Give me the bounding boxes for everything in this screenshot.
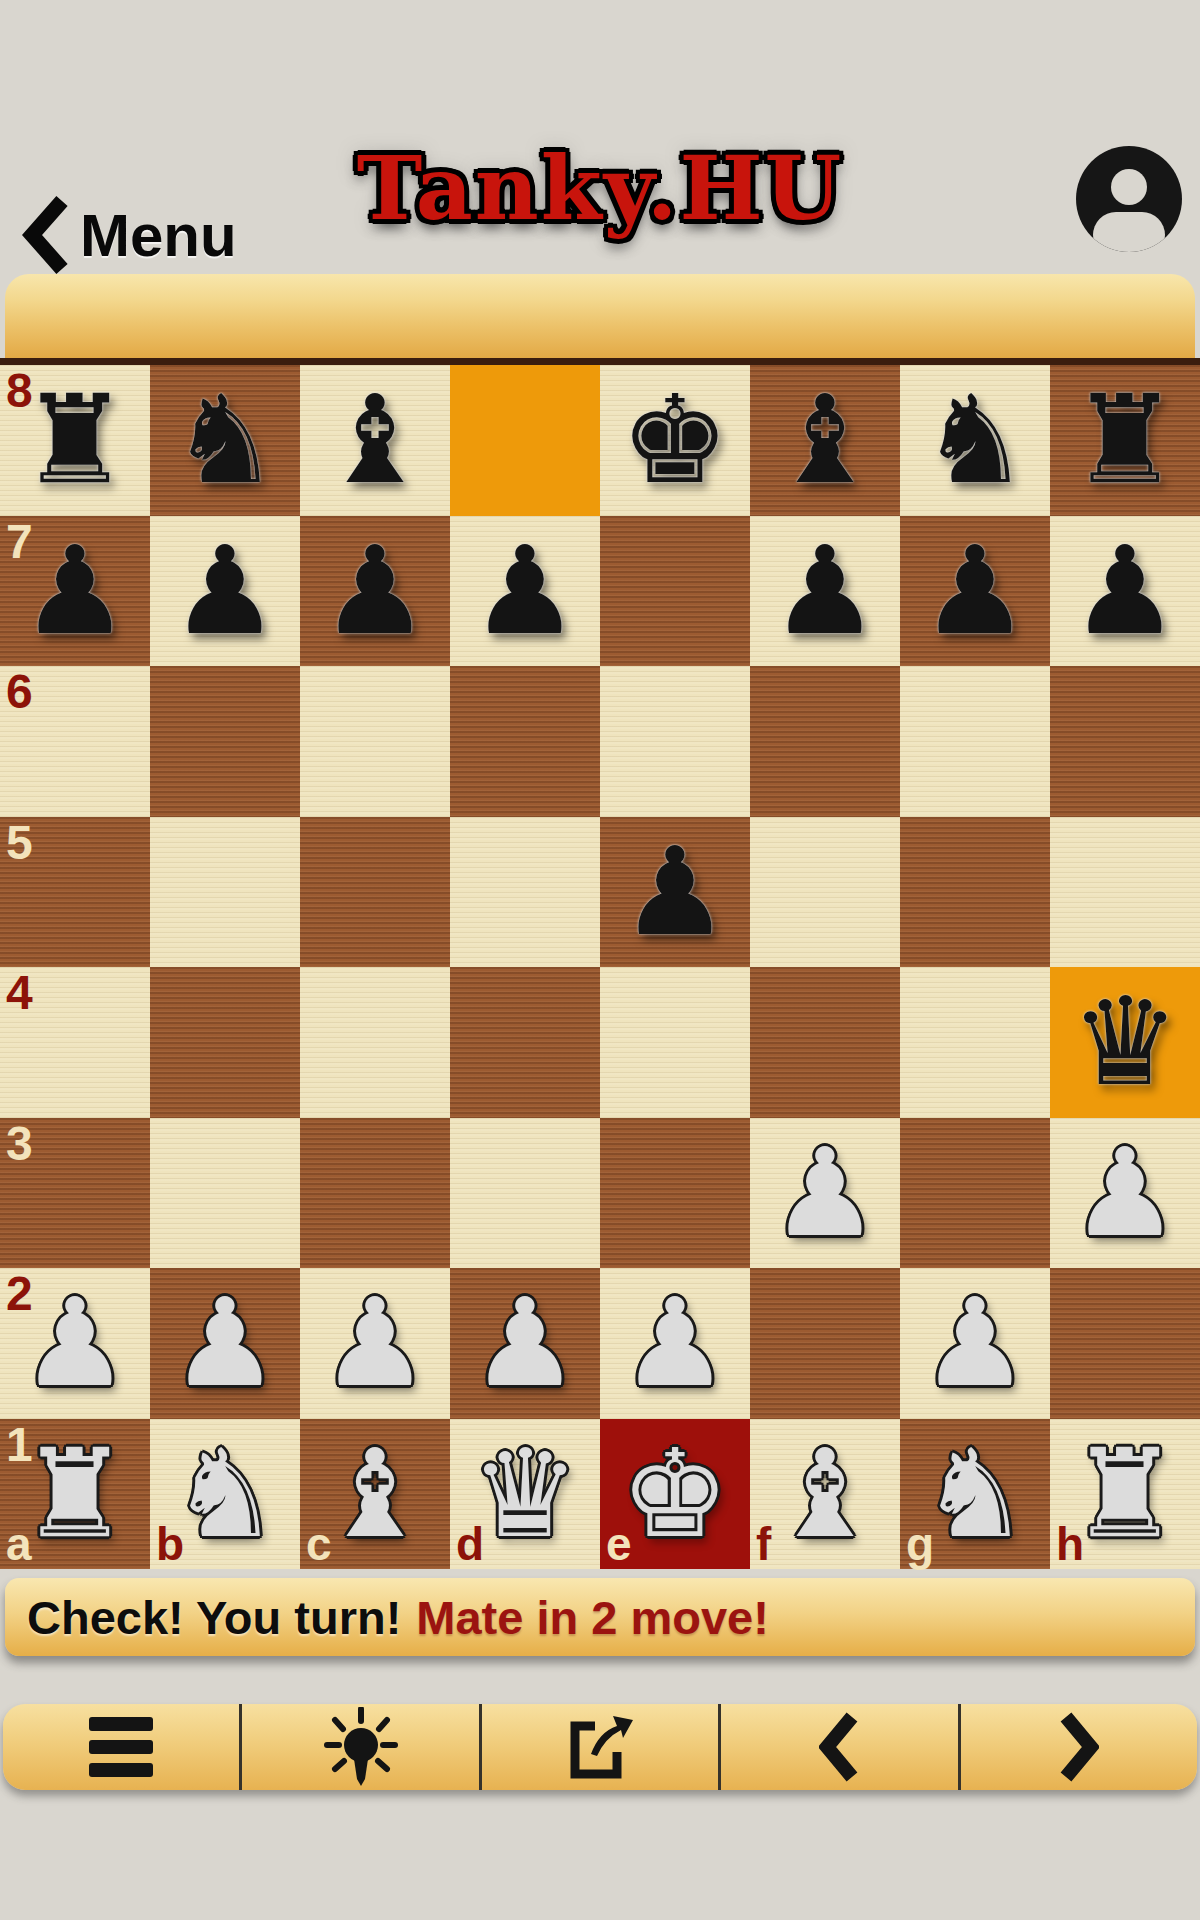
square-b8[interactable]: ♞ [150,365,300,516]
square-h2[interactable] [1050,1268,1200,1419]
app-logo: Tanky.HU [0,136,1200,240]
chevron-left-icon [819,1712,859,1782]
square-f6[interactable] [750,666,900,817]
lightbulb-icon [323,1707,399,1787]
square-c4[interactable] [300,967,450,1118]
square-f4[interactable] [750,967,900,1118]
square-f8[interactable]: ♝ [750,365,900,516]
square-d5[interactable] [450,817,600,968]
square-a4[interactable]: 4 [0,967,150,1118]
piece-white-pawn-f3[interactable]: ♟ [750,1118,900,1269]
square-b7[interactable]: ♟ [150,516,300,667]
square-h6[interactable] [1050,666,1200,817]
square-d4[interactable] [450,967,600,1118]
square-f7[interactable]: ♟ [750,516,900,667]
piece-black-pawn-h7[interactable]: ♟ [1050,516,1200,667]
board-top-border [0,358,1200,365]
profile-icon[interactable] [1076,146,1182,252]
square-a2[interactable]: 2♟ [0,1268,150,1419]
square-f3[interactable]: ♟ [750,1118,900,1269]
square-c3[interactable] [300,1118,450,1269]
square-b4[interactable] [150,967,300,1118]
share-icon [565,1714,635,1780]
share-button[interactable] [479,1704,718,1790]
rank-label-5: 5 [6,819,33,867]
square-c6[interactable] [300,666,450,817]
status-message-bar: Check! You turn! Mate in 2 move! [5,1578,1195,1656]
square-d7[interactable]: ♟ [450,516,600,667]
square-h4[interactable]: ♛ [1050,967,1200,1118]
square-h7[interactable]: ♟ [1050,516,1200,667]
square-c7[interactable]: ♟ [300,516,450,667]
piece-white-knight-g1[interactable]: ♞ [900,1419,1050,1570]
square-e2[interactable]: ♟ [600,1268,750,1419]
piece-black-pawn-e5[interactable]: ♟ [600,817,750,968]
piece-white-pawn-c2[interactable]: ♟ [300,1268,450,1419]
piece-black-queen-h4[interactable]: ♛ [1050,967,1200,1118]
piece-black-king-e8[interactable]: ♚ [600,365,750,516]
square-d8[interactable] [450,365,600,516]
piece-black-pawn-g7[interactable]: ♟ [900,516,1050,667]
square-a1[interactable]: 1a♜ [0,1419,150,1570]
square-g6[interactable] [900,666,1050,817]
piece-white-pawn-h3[interactable]: ♟ [1050,1118,1200,1269]
hamburger-icon [89,1717,153,1777]
square-b3[interactable] [150,1118,300,1269]
square-a5[interactable]: 5 [0,817,150,968]
square-d6[interactable] [450,666,600,817]
square-a6[interactable]: 6 [0,666,150,817]
piece-black-bishop-c8[interactable]: ♝ [300,365,450,516]
bottom-toolbar [3,1704,1197,1790]
square-d3[interactable] [450,1118,600,1269]
square-g5[interactable] [900,817,1050,968]
status-check-text: Check! You turn! [27,1590,401,1645]
piece-white-king-e1[interactable]: ♚ [600,1419,750,1570]
square-h5[interactable] [1050,817,1200,968]
square-e6[interactable] [600,666,750,817]
square-h1[interactable]: h♜ [1050,1419,1200,1570]
piece-black-bishop-f8[interactable]: ♝ [750,365,900,516]
square-c2[interactable]: ♟ [300,1268,450,1419]
piece-white-pawn-b2[interactable]: ♟ [150,1268,300,1419]
piece-white-pawn-a2[interactable]: ♟ [0,1268,150,1419]
square-e1[interactable]: e♚ [600,1419,750,1570]
square-a3[interactable]: 3 [0,1118,150,1269]
piece-black-knight-g8[interactable]: ♞ [900,365,1050,516]
square-g8[interactable]: ♞ [900,365,1050,516]
piece-white-bishop-f1[interactable]: ♝ [750,1419,900,1570]
piece-white-rook-h1[interactable]: ♜ [1050,1419,1200,1570]
square-g3[interactable] [900,1118,1050,1269]
square-c5[interactable] [300,817,450,968]
square-b2[interactable]: ♟ [150,1268,300,1419]
square-a7[interactable]: 7♟ [0,516,150,667]
square-g7[interactable]: ♟ [900,516,1050,667]
square-h3[interactable]: ♟ [1050,1118,1200,1269]
piece-white-pawn-d2[interactable]: ♟ [450,1268,600,1419]
piece-black-pawn-b7[interactable]: ♟ [150,516,300,667]
piece-black-rook-a8[interactable]: ♜ [0,365,150,516]
square-g2[interactable]: ♟ [900,1268,1050,1419]
square-f1[interactable]: f♝ [750,1419,900,1570]
piece-black-pawn-f7[interactable]: ♟ [750,516,900,667]
hint-button[interactable] [239,1704,478,1790]
rank-label-6: 6 [6,668,33,716]
chevron-right-icon [1059,1712,1099,1782]
square-h8[interactable]: ♜ [1050,365,1200,516]
chess-board[interactable]: 8♜♞♝♚♝♞♜7♟♟♟♟♟♟♟65♟4♛3♟♟2♟♟♟♟♟♟1a♜b♞c♝d♛… [0,365,1200,1569]
rank-label-4: 4 [6,969,33,1017]
board-top-gold-bar [5,274,1195,358]
rank-label-3: 3 [6,1120,33,1168]
square-e5[interactable]: ♟ [600,817,750,968]
piece-black-pawn-c7[interactable]: ♟ [300,516,450,667]
next-move-button[interactable] [958,1704,1197,1790]
square-e8[interactable]: ♚ [600,365,750,516]
piece-white-queen-d1[interactable]: ♛ [450,1419,600,1570]
square-d1[interactable]: d♛ [450,1419,600,1570]
square-d2[interactable]: ♟ [450,1268,600,1419]
square-e3[interactable] [600,1118,750,1269]
square-e7[interactable] [600,516,750,667]
square-g1[interactable]: g♞ [900,1419,1050,1570]
piece-white-pawn-g2[interactable]: ♟ [900,1268,1050,1419]
square-f2[interactable] [750,1268,900,1419]
square-g4[interactable] [900,967,1050,1118]
square-c1[interactable]: c♝ [300,1419,450,1570]
piece-white-bishop-c1[interactable]: ♝ [300,1419,450,1570]
status-mate-text: Mate in 2 move! [416,1590,769,1645]
square-c8[interactable]: ♝ [300,365,450,516]
piece-black-knight-b8[interactable]: ♞ [150,365,300,516]
piece-white-rook-a1[interactable]: ♜ [0,1419,150,1570]
piece-white-knight-b1[interactable]: ♞ [150,1419,300,1570]
piece-black-pawn-d7[interactable]: ♟ [450,516,600,667]
square-b6[interactable] [150,666,300,817]
square-b1[interactable]: b♞ [150,1419,300,1570]
square-b5[interactable] [150,817,300,968]
square-f5[interactable] [750,817,900,968]
square-e4[interactable] [600,967,750,1118]
piece-black-rook-h8[interactable]: ♜ [1050,365,1200,516]
menu-button[interactable] [3,1704,239,1790]
previous-move-button[interactable] [718,1704,957,1790]
square-a8[interactable]: 8♜ [0,365,150,516]
piece-white-pawn-e2[interactable]: ♟ [600,1268,750,1419]
piece-black-pawn-a7[interactable]: ♟ [0,516,150,667]
